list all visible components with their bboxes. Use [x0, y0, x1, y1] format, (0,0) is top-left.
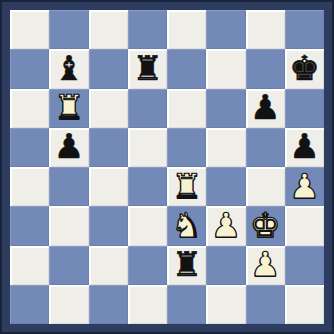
square-h1[interactable] — [285, 285, 324, 324]
square-f5[interactable] — [206, 128, 245, 167]
square-e7[interactable] — [167, 49, 206, 88]
piece-white-rook[interactable]: ♜ — [171, 169, 201, 203]
square-h5[interactable]: ♟ — [285, 128, 324, 167]
square-d7[interactable]: ♜ — [128, 49, 167, 88]
piece-black-rook[interactable]: ♜ — [132, 51, 162, 85]
piece-black-pawn[interactable]: ♟ — [54, 129, 84, 163]
square-c7[interactable] — [89, 49, 128, 88]
square-b3[interactable] — [49, 206, 88, 245]
square-c3[interactable] — [89, 206, 128, 245]
square-d6[interactable] — [128, 89, 167, 128]
square-d1[interactable] — [128, 285, 167, 324]
square-e8[interactable] — [167, 10, 206, 49]
square-f7[interactable] — [206, 49, 245, 88]
piece-black-pawn[interactable]: ♟ — [250, 90, 280, 124]
square-e3[interactable]: ♞ — [167, 206, 206, 245]
square-h6[interactable] — [285, 89, 324, 128]
square-a1[interactable] — [10, 285, 49, 324]
square-b2[interactable] — [49, 246, 88, 285]
square-e6[interactable] — [167, 89, 206, 128]
square-h2[interactable] — [285, 246, 324, 285]
piece-white-pawn[interactable]: ♟ — [211, 208, 241, 242]
square-d4[interactable] — [128, 167, 167, 206]
square-h3[interactable] — [285, 206, 324, 245]
square-b6[interactable]: ♜ — [49, 89, 88, 128]
square-e1[interactable] — [167, 285, 206, 324]
square-f6[interactable] — [206, 89, 245, 128]
square-g8[interactable] — [246, 10, 285, 49]
square-a3[interactable] — [10, 206, 49, 245]
piece-white-rook[interactable]: ♜ — [54, 90, 84, 124]
square-g2[interactable]: ♟ — [246, 246, 285, 285]
piece-black-rook[interactable]: ♜ — [171, 247, 201, 281]
square-c5[interactable] — [89, 128, 128, 167]
square-c8[interactable] — [89, 10, 128, 49]
square-d2[interactable] — [128, 246, 167, 285]
square-b4[interactable] — [49, 167, 88, 206]
square-h8[interactable] — [285, 10, 324, 49]
square-a2[interactable] — [10, 246, 49, 285]
square-c2[interactable] — [89, 246, 128, 285]
chess-board-frame: ♝♜♚♜♟♟♟♜♟♞♟♚♜♟ — [0, 0, 334, 334]
square-b8[interactable] — [49, 10, 88, 49]
square-c1[interactable] — [89, 285, 128, 324]
square-a7[interactable] — [10, 49, 49, 88]
square-g5[interactable] — [246, 128, 285, 167]
square-d5[interactable] — [128, 128, 167, 167]
square-b5[interactable]: ♟ — [49, 128, 88, 167]
square-d8[interactable] — [128, 10, 167, 49]
piece-white-king[interactable]: ♚ — [250, 208, 280, 242]
square-h4[interactable]: ♟ — [285, 167, 324, 206]
square-b7[interactable]: ♝ — [49, 49, 88, 88]
square-d3[interactable] — [128, 206, 167, 245]
square-g6[interactable]: ♟ — [246, 89, 285, 128]
square-g1[interactable] — [246, 285, 285, 324]
square-e2[interactable]: ♜ — [167, 246, 206, 285]
square-a4[interactable] — [10, 167, 49, 206]
piece-white-pawn[interactable]: ♟ — [289, 169, 319, 203]
square-b1[interactable] — [49, 285, 88, 324]
square-c4[interactable] — [89, 167, 128, 206]
piece-white-knight[interactable]: ♞ — [171, 208, 201, 242]
piece-black-pawn[interactable]: ♟ — [289, 129, 319, 163]
piece-black-bishop[interactable]: ♝ — [54, 51, 84, 85]
square-e5[interactable] — [167, 128, 206, 167]
square-a5[interactable] — [10, 128, 49, 167]
square-e4[interactable]: ♜ — [167, 167, 206, 206]
piece-white-pawn[interactable]: ♟ — [250, 247, 280, 281]
square-g3[interactable]: ♚ — [246, 206, 285, 245]
square-g4[interactable] — [246, 167, 285, 206]
square-g7[interactable] — [246, 49, 285, 88]
square-a8[interactable] — [10, 10, 49, 49]
square-a6[interactable] — [10, 89, 49, 128]
square-f1[interactable] — [206, 285, 245, 324]
square-f8[interactable] — [206, 10, 245, 49]
square-f4[interactable] — [206, 167, 245, 206]
square-c6[interactable] — [89, 89, 128, 128]
chess-board: ♝♜♚♜♟♟♟♜♟♞♟♚♜♟ — [10, 10, 324, 324]
square-f2[interactable] — [206, 246, 245, 285]
square-f3[interactable]: ♟ — [206, 206, 245, 245]
square-h7[interactable]: ♚ — [285, 49, 324, 88]
piece-black-king[interactable]: ♚ — [289, 51, 319, 85]
